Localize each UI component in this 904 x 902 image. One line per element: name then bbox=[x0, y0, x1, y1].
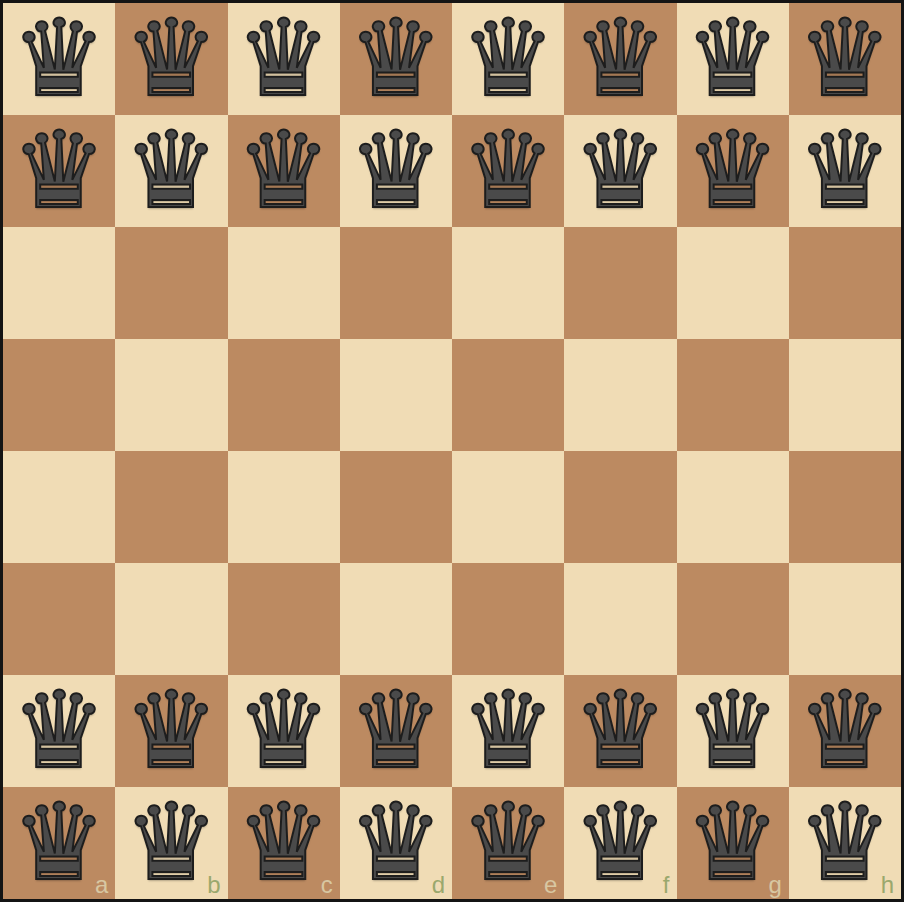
square-b1[interactable]: ♛b bbox=[115, 787, 227, 899]
square-e3[interactable] bbox=[452, 563, 564, 675]
square-e1[interactable]: ♛e bbox=[452, 787, 564, 899]
square-a2[interactable]: ♛ bbox=[3, 675, 115, 787]
square-e5[interactable] bbox=[452, 339, 564, 451]
square-a3[interactable] bbox=[3, 563, 115, 675]
square-h2[interactable]: ♛ bbox=[789, 675, 901, 787]
square-d7[interactable]: ♛ bbox=[340, 115, 452, 227]
square-e7[interactable]: ♛ bbox=[452, 115, 564, 227]
file-label-a: a bbox=[95, 873, 108, 897]
square-e2[interactable]: ♛ bbox=[452, 675, 564, 787]
file-label-g: g bbox=[768, 873, 781, 897]
black-queen[interactable]: ♛ bbox=[677, 675, 789, 787]
square-f5[interactable] bbox=[564, 339, 676, 451]
square-g2[interactable]: ♛ bbox=[677, 675, 789, 787]
square-f4[interactable] bbox=[564, 451, 676, 563]
square-d6[interactable] bbox=[340, 227, 452, 339]
square-c7[interactable]: ♛ bbox=[228, 115, 340, 227]
square-f6[interactable] bbox=[564, 227, 676, 339]
square-e6[interactable] bbox=[452, 227, 564, 339]
black-queen[interactable]: ♛ bbox=[228, 115, 340, 227]
square-g3[interactable] bbox=[677, 563, 789, 675]
square-g4[interactable] bbox=[677, 451, 789, 563]
black-queen[interactable]: ♛ bbox=[340, 3, 452, 115]
square-d2[interactable]: ♛ bbox=[340, 675, 452, 787]
square-a7[interactable]: ♛ bbox=[3, 115, 115, 227]
square-h8[interactable]: ♛ bbox=[789, 3, 901, 115]
square-c4[interactable] bbox=[228, 451, 340, 563]
square-c6[interactable] bbox=[228, 227, 340, 339]
square-g6[interactable] bbox=[677, 227, 789, 339]
square-a5[interactable] bbox=[3, 339, 115, 451]
black-queen[interactable]: ♛ bbox=[340, 675, 452, 787]
square-d4[interactable] bbox=[340, 451, 452, 563]
square-d5[interactable] bbox=[340, 339, 452, 451]
chess-board: ♛♛♛♛♛♛♛♛♛♛♛♛♛♛♛♛♛♛♛♛♛♛♛♛♛a♛b♛c♛d♛e♛f♛g♛h bbox=[0, 0, 904, 902]
black-queen[interactable]: ♛ bbox=[3, 115, 115, 227]
black-queen[interactable]: ♛ bbox=[3, 3, 115, 115]
square-b7[interactable]: ♛ bbox=[115, 115, 227, 227]
black-queen[interactable]: ♛ bbox=[452, 675, 564, 787]
square-h3[interactable] bbox=[789, 563, 901, 675]
square-e4[interactable] bbox=[452, 451, 564, 563]
square-b3[interactable] bbox=[115, 563, 227, 675]
square-a1[interactable]: ♛a bbox=[3, 787, 115, 899]
black-queen[interactable]: ♛ bbox=[452, 3, 564, 115]
square-b5[interactable] bbox=[115, 339, 227, 451]
file-label-b: b bbox=[207, 873, 220, 897]
square-h1[interactable]: ♛h bbox=[789, 787, 901, 899]
black-queen[interactable]: ♛ bbox=[789, 675, 901, 787]
square-a4[interactable] bbox=[3, 451, 115, 563]
square-c1[interactable]: ♛c bbox=[228, 787, 340, 899]
black-queen[interactable]: ♛ bbox=[228, 675, 340, 787]
black-queen[interactable]: ♛ bbox=[115, 115, 227, 227]
file-label-e: e bbox=[544, 873, 557, 897]
square-g8[interactable]: ♛ bbox=[677, 3, 789, 115]
square-a6[interactable] bbox=[3, 227, 115, 339]
square-f7[interactable]: ♛ bbox=[564, 115, 676, 227]
square-b8[interactable]: ♛ bbox=[115, 3, 227, 115]
square-g1[interactable]: ♛g bbox=[677, 787, 789, 899]
black-queen[interactable]: ♛ bbox=[115, 3, 227, 115]
file-label-f: f bbox=[663, 873, 670, 897]
file-label-c: c bbox=[321, 873, 333, 897]
square-d8[interactable]: ♛ bbox=[340, 3, 452, 115]
black-queen[interactable]: ♛ bbox=[115, 675, 227, 787]
square-f1[interactable]: ♛f bbox=[564, 787, 676, 899]
black-queen[interactable]: ♛ bbox=[564, 675, 676, 787]
square-d3[interactable] bbox=[340, 563, 452, 675]
square-g5[interactable] bbox=[677, 339, 789, 451]
black-queen[interactable]: ♛ bbox=[564, 3, 676, 115]
black-queen[interactable]: ♛ bbox=[452, 115, 564, 227]
black-queen[interactable]: ♛ bbox=[340, 115, 452, 227]
black-queen[interactable]: ♛ bbox=[564, 115, 676, 227]
square-d1[interactable]: ♛d bbox=[340, 787, 452, 899]
square-a8[interactable]: ♛ bbox=[3, 3, 115, 115]
square-f3[interactable] bbox=[564, 563, 676, 675]
black-queen[interactable]: ♛ bbox=[677, 115, 789, 227]
square-b6[interactable] bbox=[115, 227, 227, 339]
black-queen[interactable]: ♛ bbox=[789, 115, 901, 227]
black-queen[interactable]: ♛ bbox=[3, 675, 115, 787]
square-c2[interactable]: ♛ bbox=[228, 675, 340, 787]
black-queen[interactable]: ♛ bbox=[789, 3, 901, 115]
square-g7[interactable]: ♛ bbox=[677, 115, 789, 227]
square-h6[interactable] bbox=[789, 227, 901, 339]
square-e8[interactable]: ♛ bbox=[452, 3, 564, 115]
square-b2[interactable]: ♛ bbox=[115, 675, 227, 787]
square-c3[interactable] bbox=[228, 563, 340, 675]
black-queen[interactable]: ♛ bbox=[564, 787, 676, 899]
black-queen[interactable]: ♛ bbox=[228, 3, 340, 115]
file-label-h: h bbox=[881, 873, 894, 897]
square-h4[interactable] bbox=[789, 451, 901, 563]
square-c8[interactable]: ♛ bbox=[228, 3, 340, 115]
file-label-d: d bbox=[432, 873, 445, 897]
square-b4[interactable] bbox=[115, 451, 227, 563]
square-f8[interactable]: ♛ bbox=[564, 3, 676, 115]
chess-app: ♛♛♛♛♛♛♛♛♛♛♛♛♛♛♛♛♛♛♛♛♛♛♛♛♛a♛b♛c♛d♛e♛f♛g♛h bbox=[0, 0, 904, 902]
square-h7[interactable]: ♛ bbox=[789, 115, 901, 227]
black-queen[interactable]: ♛ bbox=[677, 3, 789, 115]
square-h5[interactable] bbox=[789, 339, 901, 451]
square-c5[interactable] bbox=[228, 339, 340, 451]
square-f2[interactable]: ♛ bbox=[564, 675, 676, 787]
